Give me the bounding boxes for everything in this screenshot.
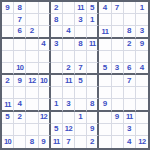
sudoku-cell[interactable]: 3 [51, 39, 63, 51]
sudoku-cell[interactable]: 8 [87, 99, 99, 111]
sudoku-cell[interactable]: 9 [14, 75, 26, 87]
sudoku-cell[interactable]: 9 [39, 136, 51, 148]
sudoku-cell[interactable] [39, 124, 51, 136]
sudoku-cell[interactable] [14, 136, 26, 148]
sudoku-cell[interactable] [63, 2, 75, 14]
sudoku-cell[interactable]: 3 [124, 124, 136, 136]
sudoku-cell[interactable]: 5 [99, 63, 111, 75]
sudoku-cell[interactable] [2, 63, 14, 75]
sudoku-cell[interactable] [75, 51, 87, 63]
sudoku-cell[interactable] [26, 112, 38, 124]
sudoku-cell[interactable] [63, 87, 75, 99]
sudoku-cell[interactable] [39, 51, 51, 63]
sudoku-cell[interactable] [112, 136, 124, 148]
sudoku-cell[interactable] [99, 75, 111, 87]
sudoku-cell[interactable] [136, 75, 148, 87]
sudoku-cell[interactable] [99, 87, 111, 99]
sudoku-cell[interactable] [39, 87, 51, 99]
sudoku-cell[interactable]: 12 [63, 124, 75, 136]
sudoku-cell[interactable]: 7 [75, 63, 87, 75]
sudoku-cell[interactable] [99, 39, 111, 51]
sudoku-cell[interactable]: 10 [39, 75, 51, 87]
sudoku-cell[interactable]: 4 [14, 99, 26, 111]
sudoku-cell[interactable] [112, 75, 124, 87]
sudoku-cell[interactable] [99, 112, 111, 124]
sudoku-cell[interactable]: 11 [63, 75, 75, 87]
sudoku-cell[interactable] [99, 136, 111, 148]
sudoku-cell[interactable]: 10 [2, 136, 14, 148]
sudoku-cell[interactable] [2, 124, 14, 136]
sudoku-cell[interactable]: 8 [75, 39, 87, 51]
sudoku-cell[interactable]: 9 [87, 124, 99, 136]
sudoku-cell[interactable] [112, 51, 124, 63]
sudoku-cell[interactable] [75, 99, 87, 111]
sudoku-cell[interactable]: 11 [124, 112, 136, 124]
sudoku-cell[interactable] [2, 14, 14, 26]
sudoku-cell[interactable]: 3 [112, 63, 124, 75]
sudoku-cell[interactable]: 4 [63, 26, 75, 38]
sudoku-cell[interactable]: 4 [99, 2, 111, 14]
sudoku-cell[interactable] [26, 124, 38, 136]
sudoku-cell[interactable] [39, 2, 51, 14]
sudoku-cell[interactable] [51, 63, 63, 75]
sudoku-cell[interactable]: 7 [112, 2, 124, 14]
sudoku-cell[interactable]: 11 [2, 99, 14, 111]
sudoku-cell[interactable]: 11 [75, 2, 87, 14]
sudoku-cell[interactable] [63, 112, 75, 124]
sudoku-cell[interactable]: 5 [2, 112, 14, 124]
sudoku-cell[interactable] [136, 112, 148, 124]
sudoku-cell[interactable] [51, 26, 63, 38]
sudoku-cell[interactable]: 8 [51, 14, 63, 26]
sudoku-cell[interactable]: 5 [75, 75, 87, 87]
sudoku-cell[interactable] [112, 14, 124, 26]
sudoku-cell[interactable] [63, 39, 75, 51]
sudoku-board: 9821154717831624118343811291027536429121… [0, 0, 150, 150]
sudoku-cell[interactable] [75, 87, 87, 99]
sudoku-cell[interactable] [75, 136, 87, 148]
sudoku-cell[interactable] [26, 99, 38, 111]
sudoku-cell[interactable] [136, 99, 148, 111]
sudoku-cell[interactable]: 4 [136, 63, 148, 75]
sudoku-cell[interactable] [136, 14, 148, 26]
sudoku-cell[interactable]: 7 [63, 136, 75, 148]
sudoku-cell[interactable]: 11 [51, 136, 63, 148]
sudoku-cell[interactable]: 5 [51, 124, 63, 136]
sudoku-cell[interactable] [26, 63, 38, 75]
sudoku-cell[interactable] [136, 87, 148, 99]
sudoku-cell[interactable] [2, 39, 14, 51]
sudoku-cell[interactable] [124, 2, 136, 14]
sudoku-cell[interactable] [99, 14, 111, 26]
sudoku-cell[interactable] [124, 51, 136, 63]
sudoku-cell[interactable]: 2 [26, 26, 38, 38]
sudoku-cell[interactable]: 11 [99, 26, 111, 38]
sudoku-cell[interactable] [2, 51, 14, 63]
sudoku-cell[interactable] [26, 14, 38, 26]
sudoku-cell[interactable]: 10 [14, 63, 26, 75]
sudoku-cell[interactable]: 2 [124, 39, 136, 51]
sudoku-cell[interactable] [112, 39, 124, 51]
sudoku-cell[interactable] [112, 124, 124, 136]
sudoku-cell[interactable] [14, 39, 26, 51]
sudoku-cell[interactable] [136, 51, 148, 63]
sudoku-cell[interactable] [2, 87, 14, 99]
sudoku-cell[interactable] [136, 124, 148, 136]
sudoku-cell[interactable] [51, 75, 63, 87]
sudoku-cell[interactable] [99, 51, 111, 63]
sudoku-cell[interactable]: 5 [87, 2, 99, 14]
sudoku-cell[interactable]: 12 [39, 112, 51, 124]
sudoku-cell[interactable] [87, 75, 99, 87]
sudoku-cell[interactable] [14, 51, 26, 63]
sudoku-cell[interactable] [51, 112, 63, 124]
sudoku-cell[interactable]: 12 [26, 75, 38, 87]
sudoku-cell[interactable] [75, 124, 87, 136]
sudoku-cell[interactable] [26, 2, 38, 14]
sudoku-cell[interactable]: 9 [2, 2, 14, 14]
sudoku-cell[interactable]: 6 [14, 26, 26, 38]
sudoku-cell[interactable]: 7 [14, 14, 26, 26]
sudoku-cell[interactable] [87, 51, 99, 63]
sudoku-cell[interactable]: 2 [63, 63, 75, 75]
sudoku-cell[interactable] [26, 51, 38, 63]
sudoku-cell[interactable]: 8 [26, 136, 38, 148]
sudoku-cell[interactable] [87, 26, 99, 38]
sudoku-cell[interactable] [112, 99, 124, 111]
sudoku-cell[interactable]: 4 [39, 39, 51, 51]
sudoku-cell[interactable] [124, 87, 136, 99]
sudoku-cell[interactable] [39, 26, 51, 38]
sudoku-cell[interactable] [87, 87, 99, 99]
sudoku-cell[interactable]: 11 [87, 39, 99, 51]
sudoku-cell[interactable] [87, 63, 99, 75]
sudoku-cell[interactable] [14, 87, 26, 99]
sudoku-cell[interactable] [99, 124, 111, 136]
sudoku-cell[interactable] [75, 26, 87, 38]
sudoku-cell[interactable]: 1 [51, 99, 63, 111]
sudoku-cell[interactable]: 3 [63, 99, 75, 111]
sudoku-cell[interactable]: 7 [124, 75, 136, 87]
sudoku-cell[interactable]: 8 [124, 26, 136, 38]
sudoku-cell[interactable] [14, 124, 26, 136]
sudoku-cell[interactable]: 6 [124, 63, 136, 75]
sudoku-cell[interactable]: 4 [124, 136, 136, 148]
sudoku-cell[interactable] [39, 99, 51, 111]
sudoku-cell[interactable]: 8 [14, 2, 26, 14]
sudoku-cell[interactable] [2, 26, 14, 38]
sudoku-cell[interactable] [124, 14, 136, 26]
sudoku-cell[interactable]: 9 [99, 99, 111, 111]
sudoku-cell[interactable]: 1 [136, 2, 148, 14]
sudoku-cell[interactable] [51, 51, 63, 63]
sudoku-cell[interactable]: 2 [2, 75, 14, 87]
sudoku-cell[interactable] [112, 87, 124, 99]
sudoku-cell[interactable]: 3 [136, 26, 148, 38]
sudoku-cell[interactable]: 2 [14, 112, 26, 124]
sudoku-cell[interactable] [39, 14, 51, 26]
sudoku-cell[interactable]: 1 [87, 14, 99, 26]
sudoku-cell[interactable] [26, 87, 38, 99]
sudoku-cell[interactable] [26, 39, 38, 51]
sudoku-cell[interactable]: 2 [87, 136, 99, 148]
sudoku-cell[interactable] [63, 14, 75, 26]
sudoku-cell[interactable]: 3 [75, 14, 87, 26]
sudoku-cell[interactable] [63, 51, 75, 63]
sudoku-cell[interactable]: 9 [136, 39, 148, 51]
sudoku-cell[interactable]: 2 [51, 2, 63, 14]
sudoku-cell[interactable] [39, 63, 51, 75]
sudoku-cell[interactable] [124, 99, 136, 111]
sudoku-cell[interactable] [51, 87, 63, 99]
sudoku-cell[interactable] [87, 112, 99, 124]
sudoku-cell[interactable]: 12 [136, 136, 148, 148]
sudoku-cell[interactable]: 1 [75, 112, 87, 124]
sudoku-cell[interactable]: 9 [112, 112, 124, 124]
sudoku-cell[interactable] [112, 26, 124, 38]
